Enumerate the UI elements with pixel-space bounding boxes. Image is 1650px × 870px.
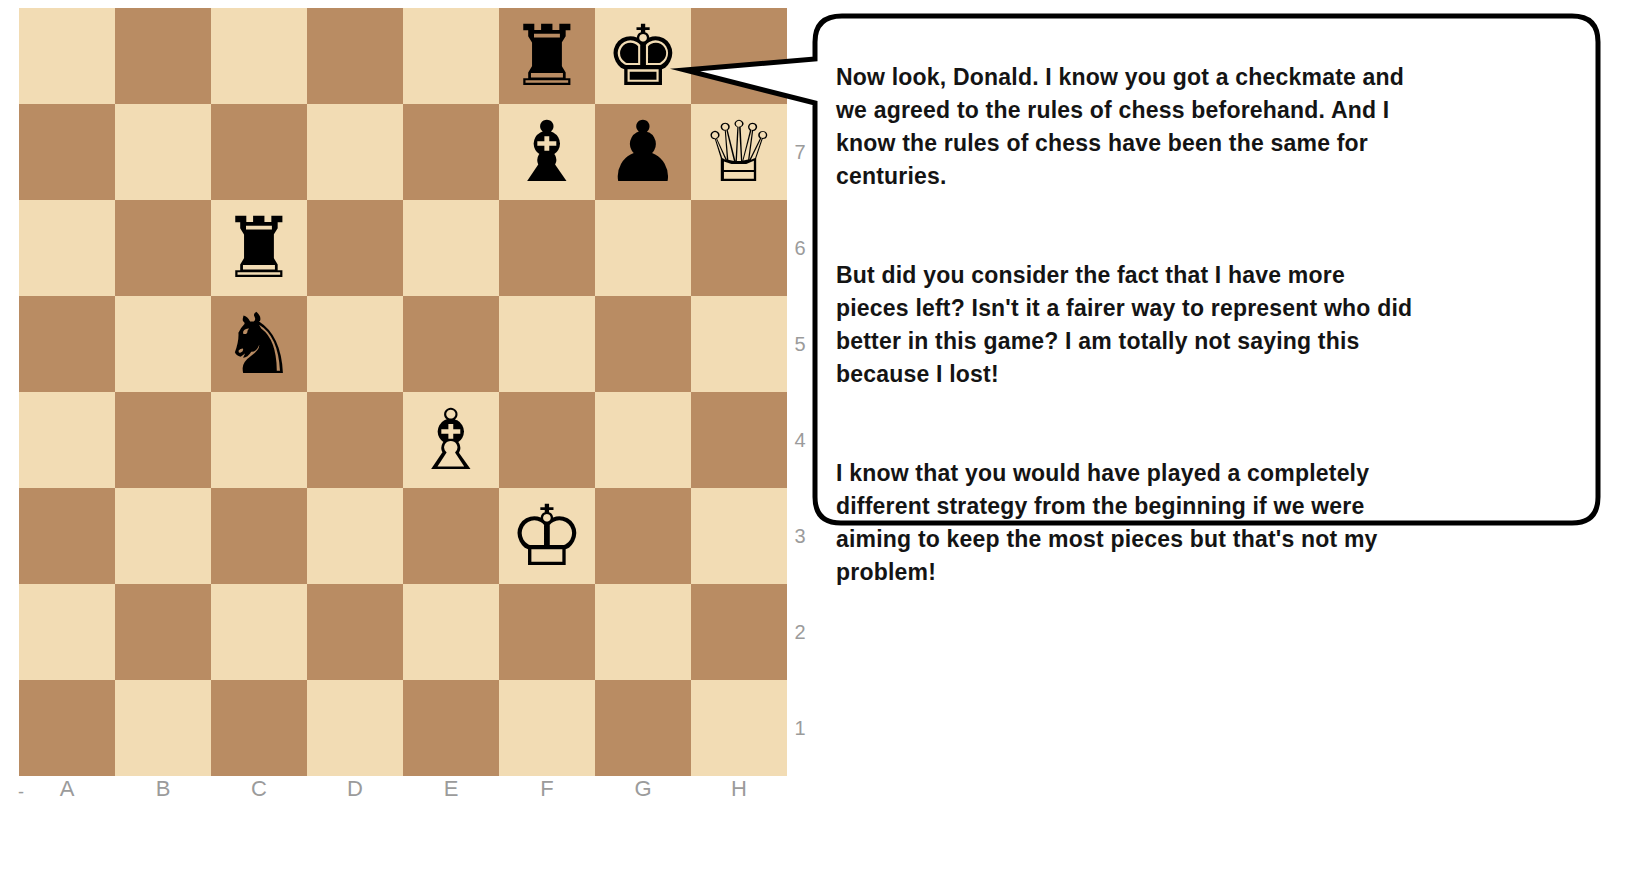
bubble-paragraph-3: I know that you would have played a comp…: [836, 457, 1578, 589]
square-c1[interactable]: [211, 680, 307, 776]
rank-labels: 7654321: [789, 0, 811, 810]
square-a2[interactable]: [19, 584, 115, 680]
rank-label-7: 7: [789, 104, 811, 200]
black-rook-piece[interactable]: ♜: [509, 8, 584, 104]
square-a5[interactable]: [19, 296, 115, 392]
square-c8[interactable]: [211, 8, 307, 104]
square-g6[interactable]: [595, 200, 691, 296]
black-knight-piece[interactable]: ♞: [221, 296, 296, 392]
square-d3[interactable]: [307, 488, 403, 584]
file-label-c: C: [211, 772, 307, 806]
square-h2[interactable]: [691, 584, 787, 680]
white-queen-piece[interactable]: ♕: [701, 104, 776, 200]
square-c3[interactable]: [211, 488, 307, 584]
file-label-g: G: [595, 772, 691, 806]
square-h8[interactable]: [691, 8, 787, 104]
square-g5[interactable]: [595, 296, 691, 392]
square-f4[interactable]: [499, 392, 595, 488]
square-b2[interactable]: [115, 584, 211, 680]
black-rook-piece[interactable]: ♜: [221, 200, 296, 296]
square-e2[interactable]: [403, 584, 499, 680]
square-c2[interactable]: [211, 584, 307, 680]
black-king-piece[interactable]: ♚: [605, 8, 680, 104]
square-f2[interactable]: [499, 584, 595, 680]
square-h3[interactable]: [691, 488, 787, 584]
black-bishop-piece[interactable]: ♝: [509, 104, 584, 200]
file-label-h: H: [691, 772, 787, 806]
rank-label-4: 4: [789, 392, 811, 488]
square-a3[interactable]: [19, 488, 115, 584]
file-label-f: F: [499, 772, 595, 806]
square-b4[interactable]: [115, 392, 211, 488]
square-c6[interactable]: ♜: [211, 200, 307, 296]
file-label-a: A: [19, 772, 115, 806]
square-g8[interactable]: ♚: [595, 8, 691, 104]
square-b6[interactable]: [115, 200, 211, 296]
square-a6[interactable]: [19, 200, 115, 296]
square-e8[interactable]: [403, 8, 499, 104]
square-g1[interactable]: [595, 680, 691, 776]
rank-label-1: 1: [789, 680, 811, 776]
square-h5[interactable]: [691, 296, 787, 392]
square-e1[interactable]: [403, 680, 499, 776]
square-g3[interactable]: [595, 488, 691, 584]
square-e7[interactable]: [403, 104, 499, 200]
file-label-e: E: [403, 772, 499, 806]
square-g2[interactable]: [595, 584, 691, 680]
square-c7[interactable]: [211, 104, 307, 200]
square-d7[interactable]: [307, 104, 403, 200]
square-b3[interactable]: [115, 488, 211, 584]
white-bishop-piece[interactable]: ♗: [413, 392, 488, 488]
square-f6[interactable]: [499, 200, 595, 296]
square-f1[interactable]: [499, 680, 595, 776]
square-h4[interactable]: [691, 392, 787, 488]
file-label-d: D: [307, 772, 403, 806]
square-b1[interactable]: [115, 680, 211, 776]
square-b7[interactable]: [115, 104, 211, 200]
square-h7[interactable]: ♕: [691, 104, 787, 200]
square-h6[interactable]: [691, 200, 787, 296]
square-g7[interactable]: ♟: [595, 104, 691, 200]
square-d2[interactable]: [307, 584, 403, 680]
square-d5[interactable]: [307, 296, 403, 392]
rank-label-3: 3: [789, 488, 811, 584]
square-c5[interactable]: ♞: [211, 296, 307, 392]
board-corner-artifact: -: [18, 782, 24, 803]
square-e6[interactable]: [403, 200, 499, 296]
square-c4[interactable]: [211, 392, 307, 488]
rank-label-5: 5: [789, 296, 811, 392]
bubble-paragraph-1: Now look, Donald. I know you got a check…: [836, 61, 1578, 193]
square-a4[interactable]: [19, 392, 115, 488]
square-e4[interactable]: ♗: [403, 392, 499, 488]
square-a1[interactable]: [19, 680, 115, 776]
bubble-paragraph-2: But did you consider the fact that I hav…: [836, 259, 1578, 391]
square-b5[interactable]: [115, 296, 211, 392]
square-f5[interactable]: [499, 296, 595, 392]
white-king-piece[interactable]: ♔: [509, 488, 584, 584]
speech-bubble-text: Now look, Donald. I know you got a check…: [836, 28, 1578, 622]
square-d8[interactable]: [307, 8, 403, 104]
chess-board[interactable]: ♜♚♝♟♕♜♞♗♔: [19, 8, 787, 776]
square-d1[interactable]: [307, 680, 403, 776]
square-f7[interactable]: ♝: [499, 104, 595, 200]
square-a7[interactable]: [19, 104, 115, 200]
file-label-b: B: [115, 772, 211, 806]
file-labels: ABCDEFGH: [19, 772, 787, 806]
square-e3[interactable]: [403, 488, 499, 584]
square-e5[interactable]: [403, 296, 499, 392]
square-b8[interactable]: [115, 8, 211, 104]
square-g4[interactable]: [595, 392, 691, 488]
square-a8[interactable]: [19, 8, 115, 104]
black-pawn-piece[interactable]: ♟: [605, 104, 680, 200]
square-h1[interactable]: [691, 680, 787, 776]
rank-label-6: 6: [789, 200, 811, 296]
square-d6[interactable]: [307, 200, 403, 296]
square-f3[interactable]: ♔: [499, 488, 595, 584]
square-f8[interactable]: ♜: [499, 8, 595, 104]
rank-label-2: 2: [789, 584, 811, 680]
square-d4[interactable]: [307, 392, 403, 488]
